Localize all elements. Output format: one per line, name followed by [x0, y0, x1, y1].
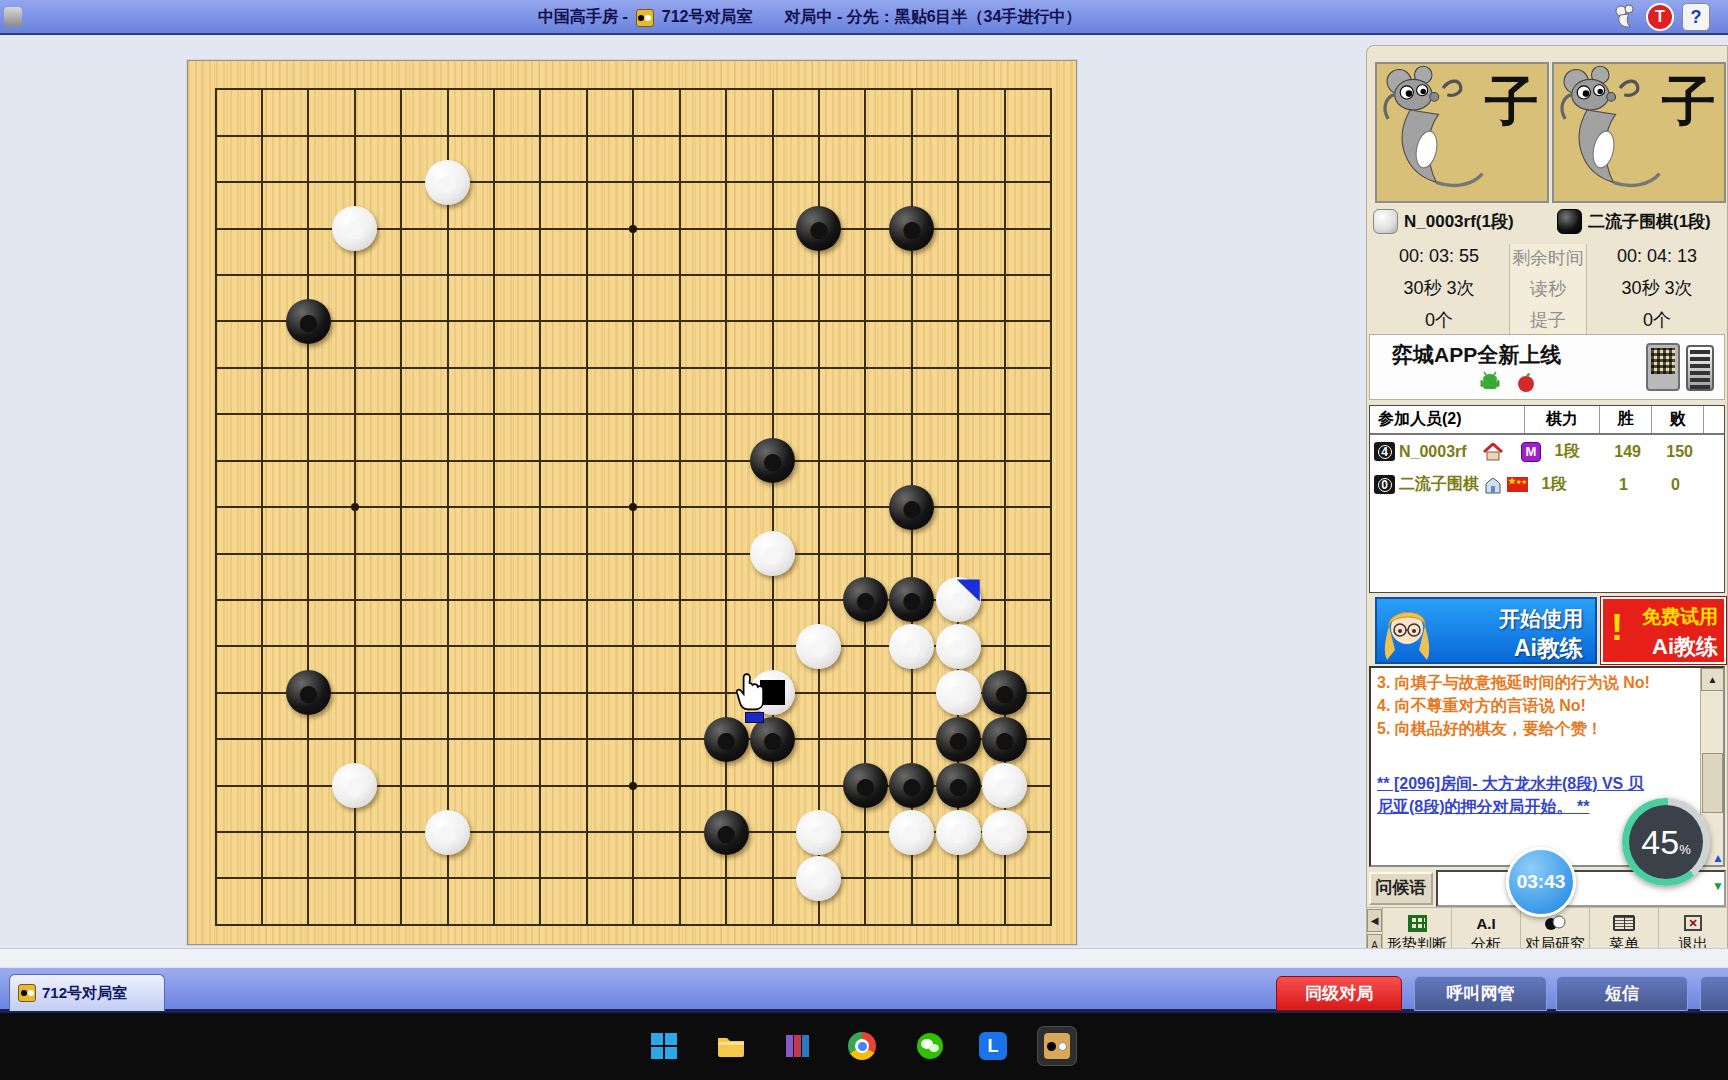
windows-logo-icon [651, 1033, 677, 1059]
black-stone[interactable]: ● [889, 206, 934, 251]
black-stone[interactable]: ● [286, 670, 331, 715]
white-stone[interactable]: ● [332, 763, 377, 808]
grid-icon [1408, 915, 1427, 932]
black-time: 00: 04: 13 [1587, 246, 1727, 267]
window-bottom-strip [0, 948, 1728, 968]
black-stone[interactable]: ● [704, 717, 749, 762]
zi-character: 子 [1485, 66, 1539, 139]
ai-left-line2: Ai教练 [1514, 633, 1583, 664]
ai-text-icon: A.I [1476, 913, 1495, 933]
room-tab-label: 712号对局室 [42, 984, 127, 1003]
collapse-left-icon[interactable]: ◀ [1367, 909, 1382, 932]
ai-right-line2: Ai教练 [1652, 632, 1718, 662]
white-stone[interactable]: ● [796, 856, 841, 901]
black-stone[interactable]: ● [750, 717, 795, 762]
black-stone[interactable]: ● [796, 206, 841, 251]
black-byoyomi: 30秒 3次 [1587, 276, 1727, 300]
black-player-name: 二流子围棋(1段) [1588, 210, 1711, 233]
title-room: 712号对局室 [662, 7, 753, 28]
room-tab-bar: 712号对局室 同级对局 呼叫网管 短信 [0, 967, 1728, 1013]
white-stone[interactable]: ● [796, 810, 841, 855]
participants-header: 参加人员(2) 棋力 胜 败 [1370, 406, 1724, 435]
greeting-button[interactable]: 问候语 [1369, 872, 1433, 905]
grid-line-v [1050, 88, 1052, 926]
mouse-mascot-graphic [1554, 64, 1664, 201]
white-time: 00: 03: 55 [1369, 246, 1509, 267]
progress-value: 45 [1641, 823, 1679, 862]
title-status: 对局中 - 分先：黑贴6目半（34手进行中） [784, 7, 1081, 28]
grid-line-h [215, 692, 1053, 694]
participant-row[interactable]: 4 N_0003rf M 1段 149 150 [1370, 435, 1724, 468]
white-stone[interactable]: ● [936, 624, 981, 669]
black-stone[interactable]: ● [936, 717, 981, 762]
white-byoyomi: 30秒 3次 [1369, 276, 1509, 300]
apple-icon [1516, 371, 1536, 393]
grid-line-v [679, 88, 681, 926]
participant-row[interactable]: 0 二流子围棋 ★★★ 1段 1 0 [1370, 468, 1724, 501]
house-icon [1483, 443, 1503, 461]
ai-right-line1: 免费试用 [1642, 604, 1718, 630]
white-stone[interactable]: ● [936, 577, 981, 622]
scroll-up-icon[interactable]: ▲ [1701, 668, 1724, 691]
black-player-name-row: 二流子围棋(1段) [1557, 209, 1711, 234]
go-client-icon-active[interactable] [1038, 1027, 1076, 1065]
clipped-button[interactable] [1700, 976, 1728, 1011]
grid-line-v [725, 88, 727, 926]
goban-icon [18, 984, 36, 1002]
participants-table: 参加人员(2) 棋力 胜 败 4 N_0003rf M 1段 149 150 0… [1369, 405, 1725, 593]
black-player-avatar: 子 [1552, 62, 1726, 203]
white-stone[interactable]: ● [982, 810, 1027, 855]
white-stone[interactable]: ● [796, 624, 841, 669]
white-stone[interactable]: ● [936, 670, 981, 715]
star-point [629, 782, 637, 790]
black-stone[interactable]: ● [936, 763, 981, 808]
white-stone[interactable]: ● [750, 531, 795, 576]
qr-phone-icon [1646, 343, 1680, 391]
close-box-icon: ✕ [1684, 915, 1702, 931]
white-stone[interactable]: ● [889, 810, 934, 855]
white-stone[interactable]: ● [425, 810, 470, 855]
clock-labels: 剩余时间 读秒 提子 [1509, 244, 1587, 334]
windows-taskbar: L ∧ ↻ 中 1 2021/12 [0, 1013, 1728, 1080]
grid-line-h [215, 924, 1053, 926]
progress-unit: % [1679, 842, 1691, 857]
chat-line: 5. 向棋品好的棋友，要给个赞！ [1371, 718, 1701, 741]
start-button[interactable] [645, 1027, 683, 1065]
participant-losses: 150 [1645, 443, 1693, 461]
goban-icon [636, 9, 654, 27]
black-stone[interactable]: ● [750, 438, 795, 483]
white-player-avatar: 子 [1375, 62, 1549, 203]
window-app-icon [4, 7, 22, 27]
castle-icon [1483, 476, 1503, 494]
anime-girl-graphic [1379, 600, 1437, 663]
scroll-down-arrow-icon[interactable]: ▼ [1711, 879, 1725, 893]
zi-character: 子 [1662, 66, 1716, 139]
thumb-badge-icon: 4 [1374, 442, 1395, 461]
title-bar: 中国高手房 - 712号对局室 对局中 - 分先：黑贴6目半（34手进行中） T… [0, 0, 1728, 35]
white-clock: 00: 03: 55 30秒 3次 0个 [1369, 244, 1509, 334]
participant-name: N_0003rf [1399, 443, 1479, 461]
scroll-thumb[interactable] [1702, 753, 1723, 813]
white-player-name: N_0003rf(1段) [1404, 210, 1514, 233]
window-title: 中国高手房 - 712号对局室 对局中 - 分先：黑贴6目半（34手进行中） [538, 7, 1081, 28]
l-app-icon[interactable]: L [974, 1027, 1012, 1065]
file-explorer-icon[interactable] [712, 1027, 750, 1065]
black-stone[interactable]: ● [843, 577, 888, 622]
app-banner[interactable]: 弈城APP全新上线 [1369, 334, 1725, 400]
black-stone[interactable]: ● [704, 810, 749, 855]
black-stone[interactable]: ● [889, 577, 934, 622]
android-icon [1480, 371, 1500, 393]
white-stone[interactable]: ● [425, 160, 470, 205]
exclamation-icon: ! [1611, 607, 1623, 649]
white-captures: 0个 [1369, 308, 1509, 332]
col-name: 参加人员(2) [1370, 406, 1525, 433]
title-left: 中国高手房 - [538, 7, 628, 28]
participant-losses: 0 [1632, 476, 1680, 494]
ai-progress-circle: 45 % [1622, 798, 1710, 886]
participant-name: 二流子围棋 [1399, 474, 1479, 495]
red-t-icon[interactable]: T [1646, 3, 1674, 31]
label-time: 剩余时间 [1510, 246, 1586, 270]
chat-link-line[interactable]: ** [2096]房间- 大方龙水井(8段) VS 贝 [1371, 773, 1701, 796]
white-stone-icon [1373, 209, 1398, 234]
star-point [629, 225, 637, 233]
participant-wins: 149 [1593, 443, 1641, 461]
grid-line-h [215, 553, 1053, 555]
same-level-game-button[interactable]: 同级对局 [1276, 976, 1402, 1011]
col-win: 胜 [1600, 406, 1652, 433]
chat-line: 3. 向填子与故意拖延时间的行为说 No! [1371, 672, 1701, 695]
last-move-triangle-marker [957, 579, 980, 601]
grid-line-h [215, 877, 1053, 879]
store-icons [1480, 371, 1536, 393]
black-stone[interactable]: ● [889, 485, 934, 530]
white-player-name-row: N_0003rf(1段) [1373, 209, 1514, 234]
app-banner-title: 弈城APP全新上线 [1392, 341, 1561, 369]
star-point [629, 503, 637, 511]
room-tab[interactable]: 712号对局室 [9, 974, 165, 1011]
chat-line: 4. 向不尊重对方的言语说 No! [1371, 695, 1701, 718]
mouse-mascot-graphic [1377, 64, 1487, 201]
screen: { "window": { "title_left": "中国高手房 -", "… [0, 0, 1728, 1080]
winrar-icon[interactable] [778, 1027, 816, 1065]
sms-button[interactable]: 短信 [1556, 976, 1688, 1011]
black-stone[interactable]: ● [982, 717, 1027, 762]
china-flag-icon: ★★★ [1507, 477, 1528, 492]
ai-left-line1: 开始使用 [1499, 605, 1583, 633]
black-clock: 00: 04: 13 30秒 3次 0个 [1587, 244, 1727, 334]
col-loss: 败 [1652, 406, 1704, 433]
star-point [351, 503, 359, 511]
chrome-icon[interactable] [843, 1027, 881, 1065]
mascot-icon[interactable] [1612, 3, 1640, 31]
black-stone[interactable]: ● [889, 763, 934, 808]
participant-rank: 1段 [1545, 441, 1589, 462]
grid-line-v [772, 88, 774, 926]
book-icon [1613, 915, 1635, 931]
label-captures: 提子 [1510, 308, 1586, 332]
white-stone[interactable]: ● [936, 810, 981, 855]
go-board[interactable]: ●●●●●●●●●●●●●●●●●●●●●●●●●●●●●●●●●● [187, 60, 1077, 945]
white-stone[interactable]: ● [889, 624, 934, 669]
black-stone[interactable]: ● [286, 299, 331, 344]
wechat-icon[interactable] [911, 1027, 949, 1065]
white-stone[interactable]: ● [982, 763, 1027, 808]
scroll-up-arrow-icon[interactable]: ▲ [1711, 851, 1725, 865]
black-stone[interactable]: ● [843, 763, 888, 808]
call-admin-button[interactable]: 呼叫网管 [1414, 976, 1547, 1011]
timer-bubble: 03:43 [1506, 847, 1576, 917]
white-stone[interactable]: ● [332, 206, 377, 251]
help-icon[interactable]: ? [1682, 3, 1710, 31]
grid-line-h [215, 738, 1053, 740]
col-strength: 棋力 [1525, 406, 1600, 433]
participant-rank: 1段 [1532, 474, 1576, 495]
m-club-icon: M [1521, 442, 1541, 462]
ai-coach-trial-banner[interactable]: ! 免费试用 Ai教练 [1601, 597, 1726, 664]
hand-cursor-icon [735, 673, 767, 717]
black-stone[interactable]: ● [982, 670, 1027, 715]
ai-coach-start-banner[interactable]: 开始使用 Ai教练 [1375, 597, 1597, 664]
label-byoyomi: 读秒 [1510, 277, 1586, 301]
thumb-badge-icon: 0 [1374, 475, 1395, 494]
participant-wins: 1 [1580, 476, 1628, 494]
black-stone-icon [1557, 209, 1582, 234]
black-captures: 0个 [1587, 308, 1727, 332]
phone-icon [1686, 345, 1714, 391]
